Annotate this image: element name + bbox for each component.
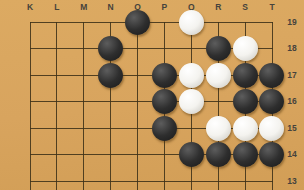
intersection-R16[interactable] [205,88,232,115]
black-stone-O19 [125,10,150,35]
intersection-S18[interactable] [232,35,259,62]
intersection-K15[interactable] [17,115,44,142]
intersection-L15[interactable] [43,115,70,142]
intersection-L17[interactable] [43,62,70,89]
intersection-S13[interactable] [232,168,259,190]
intersection-R14[interactable] [205,141,232,168]
intersection-R17[interactable] [205,62,232,89]
intersection-P14[interactable] [151,141,178,168]
intersection-Q16[interactable] [178,88,205,115]
intersection-M19[interactable] [70,9,97,36]
intersection-Q17[interactable] [178,62,205,89]
black-stone-P15 [152,116,177,141]
intersection-N16[interactable] [97,88,124,115]
intersection-S19[interactable] [232,9,259,36]
intersection-T17[interactable] [258,62,285,89]
intersection-P18[interactable] [151,35,178,62]
intersection-Q14[interactable] [178,141,205,168]
black-stone-R14 [206,142,231,167]
intersection-T13[interactable] [258,168,285,190]
intersection-N17[interactable] [97,62,124,89]
intersection-T15[interactable] [258,115,285,142]
intersection-M13[interactable] [70,168,97,190]
intersection-L18[interactable] [43,35,70,62]
intersection-R19[interactable] [205,9,232,36]
intersection-S15[interactable] [232,115,259,142]
black-stone-P16 [152,89,177,114]
intersection-O15[interactable] [124,115,151,142]
intersection-K18[interactable] [17,35,44,62]
intersection-Q15[interactable] [178,115,205,142]
intersection-R15[interactable] [205,115,232,142]
intersection-Q13[interactable] [178,168,205,190]
intersection-P19[interactable] [151,9,178,36]
intersection-O17[interactable] [124,62,151,89]
intersection-L13[interactable] [43,168,70,190]
intersection-T14[interactable] [258,141,285,168]
black-stone-S16 [233,89,258,114]
white-stone-T15 [259,116,284,141]
intersection-O14[interactable] [124,141,151,168]
white-stone-Q17 [179,63,204,88]
white-stone-Q16 [179,89,204,114]
intersection-N13[interactable] [97,168,124,190]
intersection-L16[interactable] [43,88,70,115]
intersection-M16[interactable] [70,88,97,115]
black-stone-N18 [98,36,123,61]
white-stone-S15 [233,116,258,141]
intersection-K17[interactable] [17,62,44,89]
intersection-Q18[interactable] [178,35,205,62]
intersection-S17[interactable] [232,62,259,89]
black-stone-T17 [259,63,284,88]
intersection-K16[interactable] [17,88,44,115]
intersection-K19[interactable] [17,9,44,36]
intersection-R18[interactable] [205,35,232,62]
white-stone-Q19 [179,10,204,35]
black-stone-N17 [98,63,123,88]
white-stone-R17 [206,63,231,88]
white-stone-S18 [233,36,258,61]
board-intersections [17,9,286,190]
intersection-P17[interactable] [151,62,178,89]
intersection-P16[interactable] [151,88,178,115]
black-stone-T16 [259,89,284,114]
intersection-N18[interactable] [97,35,124,62]
intersection-R13[interactable] [205,168,232,190]
intersection-P13[interactable] [151,168,178,190]
intersection-O13[interactable] [124,168,151,190]
intersection-P15[interactable] [151,115,178,142]
intersection-N19[interactable] [97,9,124,36]
intersection-K14[interactable] [17,141,44,168]
black-stone-T14 [259,142,284,167]
intersection-M15[interactable] [70,115,97,142]
intersection-T19[interactable] [258,9,285,36]
intersection-T18[interactable] [258,35,285,62]
black-stone-Q14 [179,142,204,167]
black-stone-R18 [206,36,231,61]
intersection-S14[interactable] [232,141,259,168]
intersection-M18[interactable] [70,35,97,62]
intersection-L19[interactable] [43,9,70,36]
black-stone-S17 [233,63,258,88]
intersection-N14[interactable] [97,141,124,168]
intersection-S16[interactable] [232,88,259,115]
white-stone-R15 [206,116,231,141]
intersection-T16[interactable] [258,88,285,115]
intersection-O19[interactable] [124,9,151,36]
intersection-O18[interactable] [124,35,151,62]
go-board-screen: KLMNOPQRST 19181716151413 [0,0,304,190]
intersection-Q19[interactable] [178,9,205,36]
intersection-N15[interactable] [97,115,124,142]
black-stone-S14 [233,142,258,167]
intersection-O16[interactable] [124,88,151,115]
intersection-M17[interactable] [70,62,97,89]
intersection-L14[interactable] [43,141,70,168]
intersection-M14[interactable] [70,141,97,168]
intersection-K13[interactable] [17,168,44,190]
black-stone-P17 [152,63,177,88]
